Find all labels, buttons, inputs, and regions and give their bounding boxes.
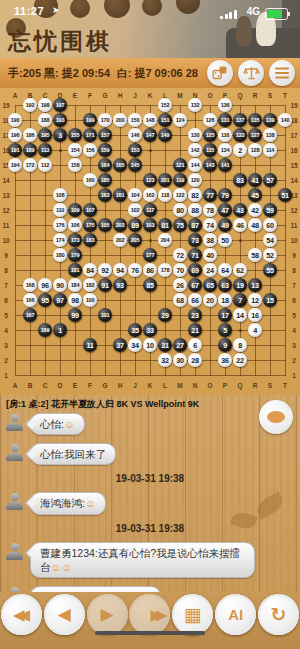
stone-H8: 94 xyxy=(113,263,127,277)
exit-button[interactable]: ↻ xyxy=(258,594,299,635)
coordinate-label: E xyxy=(73,382,77,389)
chat-message: 心怡:我回来了 xyxy=(0,443,300,465)
stone-S8: 55 xyxy=(263,263,277,277)
dice-button[interactable] xyxy=(207,60,233,86)
header-artwork xyxy=(236,16,252,46)
stone-L3: 31 xyxy=(158,338,172,352)
coordinate-label: B xyxy=(28,382,33,389)
stone-G17: 157 xyxy=(98,128,112,142)
avatar xyxy=(6,493,23,510)
chat-area[interactable]: [房:1 桌:2] 花开半夏故人归 8K VS Wellpoint 9K 心怡:… xyxy=(0,395,300,592)
stone-P17: 116 xyxy=(218,128,232,142)
stone-O13: 77 xyxy=(203,188,217,202)
stone-K12: 117 xyxy=(143,203,157,217)
stone-B6: 166 xyxy=(23,293,37,307)
stone-R6: 12 xyxy=(248,293,262,307)
stone-O15: 143 xyxy=(203,158,217,172)
grid-line xyxy=(180,105,181,376)
signal-icon xyxy=(220,10,238,19)
stone-E9: 179 xyxy=(68,248,82,262)
coordinate-label: R xyxy=(253,92,258,99)
stone-K9: 177 xyxy=(143,248,157,262)
stone-L10: 204 xyxy=(158,233,172,247)
stone-P12: 47 xyxy=(218,203,232,217)
fast-rewind-icon: ◀◀ xyxy=(13,607,24,622)
stone-P3: 9 xyxy=(218,338,232,352)
stone-O16: 115 xyxy=(203,143,217,157)
stone-F3: 11 xyxy=(83,338,97,352)
stone-H3: 37 xyxy=(113,338,127,352)
playback-toolbar: ◀◀ ◀ ▶ ▶▶ ▦ AI ↻ xyxy=(0,592,300,649)
grid-line xyxy=(15,375,286,376)
star-point xyxy=(149,239,152,242)
coordinate-label: J xyxy=(133,92,137,99)
scales-icon xyxy=(243,65,260,81)
stone-E16: 154 xyxy=(68,143,82,157)
step-back-button[interactable]: ◀ xyxy=(44,594,85,635)
stone-C16: 113 xyxy=(38,143,52,157)
coordinate-label: 12 xyxy=(290,207,297,214)
stone-L13: 118 xyxy=(158,188,172,202)
stone-J18: 150 xyxy=(128,113,142,127)
emoji-icon: ☺ xyxy=(85,497,96,509)
stone-F7: 182 xyxy=(83,278,97,292)
stone-A17: 196 xyxy=(8,128,22,142)
stone-E6: 98 xyxy=(68,293,82,307)
stone-S18: 139 xyxy=(263,113,277,127)
stone-J10: 205 xyxy=(128,233,142,247)
stone-F8: 84 xyxy=(83,263,97,277)
stone-P4: 5 xyxy=(218,323,232,337)
stone-Q8: 62 xyxy=(233,263,247,277)
coordinate-label: E xyxy=(73,92,77,99)
stone-P19: 136 xyxy=(218,98,232,112)
stone-Q6: 7 xyxy=(233,293,247,307)
stone-P5: 17 xyxy=(218,308,232,322)
coordinate-label: 12 xyxy=(2,207,9,214)
coordinate-label: 3 xyxy=(4,342,8,349)
stone-R11: 48 xyxy=(248,218,262,232)
stone-H10: 202 xyxy=(113,233,127,247)
stone-K14: 123 xyxy=(143,173,157,187)
chat-timestamp: 19-03-31 19:38 xyxy=(0,523,300,534)
chat-message: 曹建勇1234:还真有心怡?我是说心怡来摆擂台☺☺ xyxy=(0,542,300,578)
battery-icon xyxy=(265,8,288,20)
white-player-info: 白: 提7 09:06 28 xyxy=(117,66,198,81)
coordinate-label: M xyxy=(177,382,182,389)
star-point xyxy=(239,239,242,242)
stone-P16: 134 xyxy=(218,143,232,157)
coordinate-label: K xyxy=(148,382,153,389)
coordinate-label: J xyxy=(133,382,137,389)
coordinate-label: 9 xyxy=(4,252,8,259)
stone-B16: 189 xyxy=(23,143,37,157)
stone-B7: 168 xyxy=(23,278,37,292)
menu-button[interactable] xyxy=(269,60,295,86)
count-button[interactable]: ▦ xyxy=(172,594,213,635)
coordinate-label: S xyxy=(268,92,272,99)
coordinate-label: T xyxy=(283,382,287,389)
stone-J3: 34 xyxy=(128,338,142,352)
stone-H7: 93 xyxy=(113,278,127,292)
stone-R7: 13 xyxy=(248,278,262,292)
stone-A18: 190 xyxy=(8,113,22,127)
coordinate-label: 4 xyxy=(4,327,8,334)
coordinate-label: 19 xyxy=(2,102,9,109)
stone-D7: 90 xyxy=(53,278,67,292)
coordinate-label: 2 xyxy=(4,357,8,364)
menu-icon xyxy=(275,67,289,79)
avatar xyxy=(6,414,23,431)
stone-O18: 126 xyxy=(203,113,217,127)
avatar xyxy=(6,543,23,560)
stone-L14: 201 xyxy=(158,173,172,187)
stone-C17: 195 xyxy=(38,128,52,142)
coordinate-label: D xyxy=(58,382,63,389)
stone-H13: 161 xyxy=(113,188,127,202)
chat-bubble: 曹建勇1234:还真有心怡?我是说心怡来摆擂台☺☺ xyxy=(30,542,255,578)
stone-J15: 145 xyxy=(128,158,142,172)
coordinate-label: 10 xyxy=(290,237,297,244)
stone-D12: 110 xyxy=(53,203,67,217)
stone-R5: 16 xyxy=(248,308,262,322)
stone-R4: 4 xyxy=(248,323,262,337)
stone-R9: 58 xyxy=(248,248,262,262)
stone-G11: 105 xyxy=(98,218,112,232)
coordinate-label: 1 xyxy=(4,372,8,379)
stone-K8: 86 xyxy=(143,263,157,277)
stone-C15: 112 xyxy=(38,158,52,172)
coordinate-label: A xyxy=(13,92,18,99)
stone-O12: 78 xyxy=(203,203,217,217)
coordinate-label: O xyxy=(207,92,212,99)
coordinate-label: 4 xyxy=(292,327,296,334)
stone-B5: 167 xyxy=(23,308,37,322)
stone-G5: 101 xyxy=(98,308,112,322)
network-label: 4G xyxy=(247,6,260,17)
coordinate-label: A xyxy=(13,382,18,389)
stone-E8: 181 xyxy=(68,263,82,277)
stone-P11: 49 xyxy=(218,218,232,232)
coordinate-label: 15 xyxy=(290,162,297,169)
fast-forward-button[interactable]: ▶▶ xyxy=(129,594,170,635)
step-forward-button[interactable]: ▶ xyxy=(87,594,128,635)
stone-Q5: 14 xyxy=(233,308,247,322)
stone-E15: 158 xyxy=(68,158,82,172)
stone-D13: 108 xyxy=(53,188,67,202)
chat-timestamp: 19-03-31 19:38 xyxy=(0,473,300,484)
stone-P2: 36 xyxy=(218,353,232,367)
stone-N4: 21 xyxy=(188,323,202,337)
coordinate-label: M xyxy=(177,92,182,99)
stone-F11: 175 xyxy=(83,218,97,232)
scales-button[interactable] xyxy=(238,60,264,86)
coordinate-label: S xyxy=(268,382,272,389)
stone-D11: 176 xyxy=(53,218,67,232)
stone-C4: 169 xyxy=(38,323,52,337)
coordinate-label: H xyxy=(118,92,123,99)
coordinate-label: K xyxy=(148,92,153,99)
go-board[interactable]: AA1919BB1818CC1717DD1616EE1515FF1414GG13… xyxy=(0,88,300,395)
stone-G15: 164 xyxy=(98,158,112,172)
stone-R17: 127 xyxy=(248,128,262,142)
star-point xyxy=(59,149,62,152)
stone-J4: 35 xyxy=(128,323,142,337)
stone-H11: 203 xyxy=(113,218,127,232)
abacus-icon: ▦ xyxy=(184,603,202,626)
avatar xyxy=(6,444,23,461)
coordinate-label: 16 xyxy=(290,147,297,154)
chat-bubble: 海鸿海鸿:☺ xyxy=(30,492,106,514)
step-forward-icon: ▶ xyxy=(101,606,114,623)
stone-K18: 148 xyxy=(143,113,157,127)
stone-A15: 194 xyxy=(8,158,22,172)
ai-button[interactable]: AI xyxy=(215,594,256,635)
stone-J12: 102 xyxy=(128,203,142,217)
stone-S17: 138 xyxy=(263,128,277,142)
stone-G16: 159 xyxy=(98,143,112,157)
stone-N17: 130 xyxy=(188,128,202,142)
coordinate-label: 8 xyxy=(4,267,8,274)
coordinate-label: 6 xyxy=(292,297,296,304)
ai-label: AI xyxy=(228,606,243,623)
stone-M15: 121 xyxy=(173,158,187,172)
stone-L17: 149 xyxy=(158,128,172,142)
emoji-icon: ☺ xyxy=(64,418,75,430)
stone-B15: 172 xyxy=(23,158,37,172)
coordinate-label: 11 xyxy=(291,222,298,229)
stone-F12: 107 xyxy=(83,203,97,217)
stone-P8: 64 xyxy=(218,263,232,277)
exit-icon: ↻ xyxy=(271,603,287,626)
stone-R13: 45 xyxy=(248,188,262,202)
status-time: 11:27 xyxy=(14,5,44,17)
stone-O9: 40 xyxy=(203,248,217,262)
stone-Q7: 19 xyxy=(233,278,247,292)
coordinate-label: G xyxy=(102,92,107,99)
stone-N13: 82 xyxy=(188,188,202,202)
stone-K7: 85 xyxy=(143,278,157,292)
coordinate-label: 7 xyxy=(292,282,296,289)
stone-O11: 74 xyxy=(203,218,217,232)
stone-S16: 114 xyxy=(263,143,277,157)
stone-C6: 95 xyxy=(38,293,52,307)
stone-N15: 144 xyxy=(188,158,202,172)
stone-M7: 26 xyxy=(173,278,187,292)
stone-Q16: 2 xyxy=(233,143,247,157)
coordinate-label: 10 xyxy=(2,237,9,244)
star-point xyxy=(149,149,152,152)
stone-R18: 135 xyxy=(248,113,262,127)
coordinate-label: R xyxy=(253,382,258,389)
stone-E17: 155 xyxy=(68,128,82,142)
stone-N8: 69 xyxy=(188,263,202,277)
stone-Q12: 43 xyxy=(233,203,247,217)
stone-G13: 163 xyxy=(98,188,112,202)
stone-M18: 124 xyxy=(173,113,187,127)
stone-G14: 185 xyxy=(98,173,112,187)
stone-O6: 20 xyxy=(203,293,217,307)
stone-M2: 30 xyxy=(173,353,187,367)
stone-O10: 38 xyxy=(203,233,217,247)
stone-Q18: 137 xyxy=(233,113,247,127)
stone-M9: 72 xyxy=(173,248,187,262)
location-icon: ➤ xyxy=(52,5,60,15)
stone-D6: 97 xyxy=(53,293,67,307)
stone-M12: 80 xyxy=(173,203,187,217)
stone-N19: 132 xyxy=(188,98,202,112)
room-title: [房:1 桌:2] 花开半夏故人归 8K VS Wellpoint 9K xyxy=(0,395,300,413)
stone-L11: 81 xyxy=(158,218,172,232)
stone-N5: 23 xyxy=(188,308,202,322)
stone-E12: 109 xyxy=(68,203,82,217)
emoji-icon: ☺☺ xyxy=(51,561,72,573)
stone-D4: 1 xyxy=(53,323,67,337)
stone-O7: 65 xyxy=(203,278,217,292)
stone-P15: 141 xyxy=(218,158,232,172)
coordinate-label: 6 xyxy=(4,297,8,304)
stone-Q3: 8 xyxy=(233,338,247,352)
stone-A16: 191 xyxy=(8,143,22,157)
stone-M3: 27 xyxy=(173,338,187,352)
stone-P7: 63 xyxy=(218,278,232,292)
stone-P6: 18 xyxy=(218,293,232,307)
stone-M11: 75 xyxy=(173,218,187,232)
chat-message: 心怡:☺ xyxy=(0,413,300,435)
stone-K13: 162 xyxy=(143,188,157,202)
status-bar: 11:27 ➤ 4G xyxy=(0,2,300,20)
stone-R12: 42 xyxy=(248,203,262,217)
stone-N16: 142 xyxy=(188,143,202,157)
coordinate-label: L xyxy=(163,382,167,389)
stone-F14: 160 xyxy=(83,173,97,187)
stone-C19: 198 xyxy=(38,98,52,112)
coordinate-label: 14 xyxy=(2,177,9,184)
stone-F16: 156 xyxy=(83,143,97,157)
stone-M8: 70 xyxy=(173,263,187,277)
stone-H18: 200 xyxy=(113,113,127,127)
stone-F10: 183 xyxy=(83,233,97,247)
stone-T18: 140 xyxy=(278,113,292,127)
stone-E11: 106 xyxy=(68,218,82,232)
stone-M14: 119 xyxy=(173,173,187,187)
stone-P10: 50 xyxy=(218,233,232,247)
fast-forward-icon: ▶▶ xyxy=(150,607,161,622)
grid-line xyxy=(285,105,286,376)
coordinate-label: O xyxy=(207,382,212,389)
stone-Q17: 133 xyxy=(233,128,247,142)
stone-O17: 125 xyxy=(203,128,217,142)
stone-D17: 3 xyxy=(53,128,67,142)
stone-L2: 32 xyxy=(158,353,172,367)
stone-N11: 87 xyxy=(188,218,202,232)
stone-C18: 188 xyxy=(38,113,52,127)
coordinate-label: 13 xyxy=(2,192,9,199)
stone-S12: 59 xyxy=(263,203,277,217)
coordinate-label: 1 xyxy=(292,372,296,379)
coordinate-label: 8 xyxy=(292,267,296,274)
stone-Q11: 46 xyxy=(233,218,247,232)
stone-C7: 96 xyxy=(38,278,52,292)
coordinate-label: T xyxy=(283,92,287,99)
stone-N6: 66 xyxy=(188,293,202,307)
fast-rewind-button[interactable]: ◀◀ xyxy=(1,594,42,635)
header: 11:27 ➤ 4G 忘忧围棋 xyxy=(0,0,300,58)
stone-K17: 147 xyxy=(143,128,157,142)
stone-F18: 199 xyxy=(83,113,97,127)
stone-N3: 6 xyxy=(188,338,202,352)
coordinate-label: F xyxy=(88,382,92,389)
stone-J11: 89 xyxy=(128,218,142,232)
stone-P18: 131 xyxy=(218,113,232,127)
coordinate-label: 11 xyxy=(3,222,10,229)
stone-J8: 76 xyxy=(128,263,142,277)
coordinate-label: 17 xyxy=(290,132,297,139)
stone-M6: 68 xyxy=(173,293,187,307)
stone-N9: 71 xyxy=(188,248,202,262)
stone-Q14: 83 xyxy=(233,173,247,187)
coordinate-label: 5 xyxy=(292,312,296,319)
coordinate-label: 5 xyxy=(4,312,8,319)
coordinate-label: Q xyxy=(237,92,242,99)
coordinate-label: P xyxy=(223,382,227,389)
stone-B19: 192 xyxy=(23,98,37,112)
stone-L5: 29 xyxy=(158,308,172,322)
stone-S11: 60 xyxy=(263,218,277,232)
coordinate-label: 3 xyxy=(292,342,296,349)
stone-S10: 54 xyxy=(263,233,277,247)
stone-G7: 91 xyxy=(98,278,112,292)
dice-icon xyxy=(212,65,228,81)
stone-F6: 100 xyxy=(83,293,97,307)
stone-D10: 174 xyxy=(53,233,67,247)
step-back-icon: ◀ xyxy=(58,606,71,623)
coordinate-label: 2 xyxy=(292,357,296,364)
home-indicator[interactable] xyxy=(95,631,205,635)
stone-D19: 197 xyxy=(53,98,67,112)
stone-S6: 15 xyxy=(263,293,277,307)
coordinate-label: 19 xyxy=(290,102,297,109)
stone-K3: 10 xyxy=(143,338,157,352)
stone-L8: 178 xyxy=(158,263,172,277)
stone-T13: 51 xyxy=(278,188,292,202)
stone-E10: 173 xyxy=(68,233,82,247)
stone-B17: 186 xyxy=(23,128,37,142)
coordinate-label: 14 xyxy=(290,177,297,184)
stone-L18: 151 xyxy=(158,113,172,127)
stone-J17: 146 xyxy=(128,128,142,142)
stone-P13: 79 xyxy=(218,188,232,202)
game-info-bar: 手:205 黑: 提2 09:54 白: 提7 09:06 28 xyxy=(0,58,300,88)
stone-Q2: 22 xyxy=(233,353,247,367)
stone-M13: 122 xyxy=(173,188,187,202)
stone-D18: 193 xyxy=(53,113,67,127)
coordinate-label: Q xyxy=(237,382,242,389)
app-title: 忘忧围棋 xyxy=(8,26,112,57)
stone-E5: 99 xyxy=(68,308,82,322)
stone-R14: 41 xyxy=(248,173,262,187)
stone-K11: 103 xyxy=(143,218,157,232)
coordinate-label: 7 xyxy=(4,282,8,289)
coordinate-label: H xyxy=(118,382,123,389)
stone-G8: 92 xyxy=(98,263,112,277)
chat-bubble: 心怡:☺ xyxy=(30,413,85,435)
stone-L19: 152 xyxy=(158,98,172,112)
black-player-info: 手:205 黑: 提2 09:54 xyxy=(8,66,110,81)
stone-J16: 153 xyxy=(128,143,142,157)
stone-H15: 165 xyxy=(113,158,127,172)
coordinate-label: 9 xyxy=(292,252,296,259)
